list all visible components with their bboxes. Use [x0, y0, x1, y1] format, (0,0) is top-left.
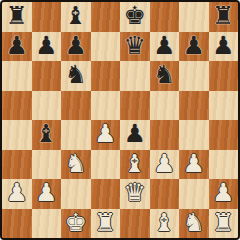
black-knight[interactable]: ♞ [65, 62, 87, 87]
square-a4[interactable] [2, 120, 32, 150]
square-c2[interactable] [61, 179, 91, 209]
white-pawn[interactable]: ♟ [183, 151, 205, 176]
square-g6[interactable] [179, 61, 209, 91]
white-knight[interactable]: ♞ [65, 151, 87, 176]
square-g2[interactable] [179, 179, 209, 209]
square-a2[interactable]: ♟ [2, 179, 32, 209]
black-pawn[interactable]: ♟ [35, 33, 57, 58]
square-h8[interactable]: ♜ [209, 2, 239, 32]
square-d4[interactable]: ♟ [91, 120, 121, 150]
square-b5[interactable] [32, 91, 62, 121]
square-h6[interactable] [209, 61, 239, 91]
white-pawn[interactable]: ♟ [153, 151, 175, 176]
square-f8[interactable] [150, 2, 180, 32]
black-rook[interactable]: ♜ [212, 3, 234, 28]
black-bishop[interactable]: ♝ [65, 3, 87, 28]
white-pawn[interactable]: ♟ [94, 121, 116, 146]
square-a1[interactable] [2, 209, 32, 239]
white-pawn[interactable]: ♟ [6, 180, 28, 205]
black-pawn[interactable]: ♟ [153, 33, 175, 58]
square-d2[interactable] [91, 179, 121, 209]
white-queen[interactable]: ♛ [124, 180, 146, 205]
square-e3[interactable]: ♝ [120, 150, 150, 180]
square-a8[interactable]: ♜ [2, 2, 32, 32]
square-e7[interactable]: ♛ [120, 32, 150, 62]
square-h5[interactable] [209, 91, 239, 121]
square-c6[interactable]: ♞ [61, 61, 91, 91]
square-h3[interactable] [209, 150, 239, 180]
black-pawn[interactable]: ♟ [183, 33, 205, 58]
square-b7[interactable]: ♟ [32, 32, 62, 62]
square-c7[interactable]: ♟ [61, 32, 91, 62]
square-d7[interactable] [91, 32, 121, 62]
white-bishop[interactable]: ♝ [124, 151, 146, 176]
square-e5[interactable] [120, 91, 150, 121]
square-a7[interactable]: ♟ [2, 32, 32, 62]
square-c4[interactable] [61, 120, 91, 150]
square-a5[interactable] [2, 91, 32, 121]
square-g3[interactable]: ♟ [179, 150, 209, 180]
white-king[interactable]: ♚ [65, 210, 87, 235]
square-h7[interactable]: ♟ [209, 32, 239, 62]
square-c8[interactable]: ♝ [61, 2, 91, 32]
square-b4[interactable]: ♝ [32, 120, 62, 150]
square-f5[interactable] [150, 91, 180, 121]
square-e2[interactable]: ♛ [120, 179, 150, 209]
square-g8[interactable] [179, 2, 209, 32]
square-f1[interactable]: ♝ [150, 209, 180, 239]
square-d8[interactable] [91, 2, 121, 32]
square-f7[interactable]: ♟ [150, 32, 180, 62]
square-g5[interactable] [179, 91, 209, 121]
square-e4[interactable]: ♟ [120, 120, 150, 150]
black-pawn[interactable]: ♟ [124, 121, 146, 146]
square-d6[interactable] [91, 61, 121, 91]
black-pawn[interactable]: ♟ [6, 33, 28, 58]
chess-board-frame: ♜♝♚♜♟♟♟♛♟♟♟♞♞♝♟♟♞♝♟♟♟♟♛♟♚♜♝♞♜ [0, 0, 240, 240]
square-h1[interactable]: ♜ [209, 209, 239, 239]
square-b3[interactable] [32, 150, 62, 180]
square-f4[interactable] [150, 120, 180, 150]
white-pawn[interactable]: ♟ [212, 180, 234, 205]
square-c1[interactable]: ♚ [61, 209, 91, 239]
black-king[interactable]: ♚ [124, 3, 146, 28]
square-d5[interactable] [91, 91, 121, 121]
white-bishop[interactable]: ♝ [153, 210, 175, 235]
square-h2[interactable]: ♟ [209, 179, 239, 209]
black-knight[interactable]: ♞ [153, 62, 175, 87]
square-h4[interactable] [209, 120, 239, 150]
white-rook[interactable]: ♜ [94, 210, 116, 235]
square-b1[interactable] [32, 209, 62, 239]
square-g4[interactable] [179, 120, 209, 150]
white-pawn[interactable]: ♟ [35, 180, 57, 205]
square-d1[interactable]: ♜ [91, 209, 121, 239]
square-a6[interactable] [2, 61, 32, 91]
black-queen[interactable]: ♛ [124, 33, 146, 58]
black-pawn[interactable]: ♟ [212, 33, 234, 58]
square-b8[interactable] [32, 2, 62, 32]
square-c3[interactable]: ♞ [61, 150, 91, 180]
black-rook[interactable]: ♜ [6, 3, 28, 28]
square-e1[interactable] [120, 209, 150, 239]
square-f6[interactable]: ♞ [150, 61, 180, 91]
square-d3[interactable] [91, 150, 121, 180]
square-b2[interactable]: ♟ [32, 179, 62, 209]
white-knight[interactable]: ♞ [183, 210, 205, 235]
black-bishop[interactable]: ♝ [35, 121, 57, 146]
square-g1[interactable]: ♞ [179, 209, 209, 239]
white-rook[interactable]: ♜ [212, 210, 234, 235]
square-e8[interactable]: ♚ [120, 2, 150, 32]
square-e6[interactable] [120, 61, 150, 91]
square-c5[interactable] [61, 91, 91, 121]
square-f3[interactable]: ♟ [150, 150, 180, 180]
chess-board: ♜♝♚♜♟♟♟♛♟♟♟♞♞♝♟♟♞♝♟♟♟♟♛♟♚♜♝♞♜ [2, 2, 238, 238]
square-a3[interactable] [2, 150, 32, 180]
square-f2[interactable] [150, 179, 180, 209]
square-g7[interactable]: ♟ [179, 32, 209, 62]
black-pawn[interactable]: ♟ [65, 33, 87, 58]
square-b6[interactable] [32, 61, 62, 91]
